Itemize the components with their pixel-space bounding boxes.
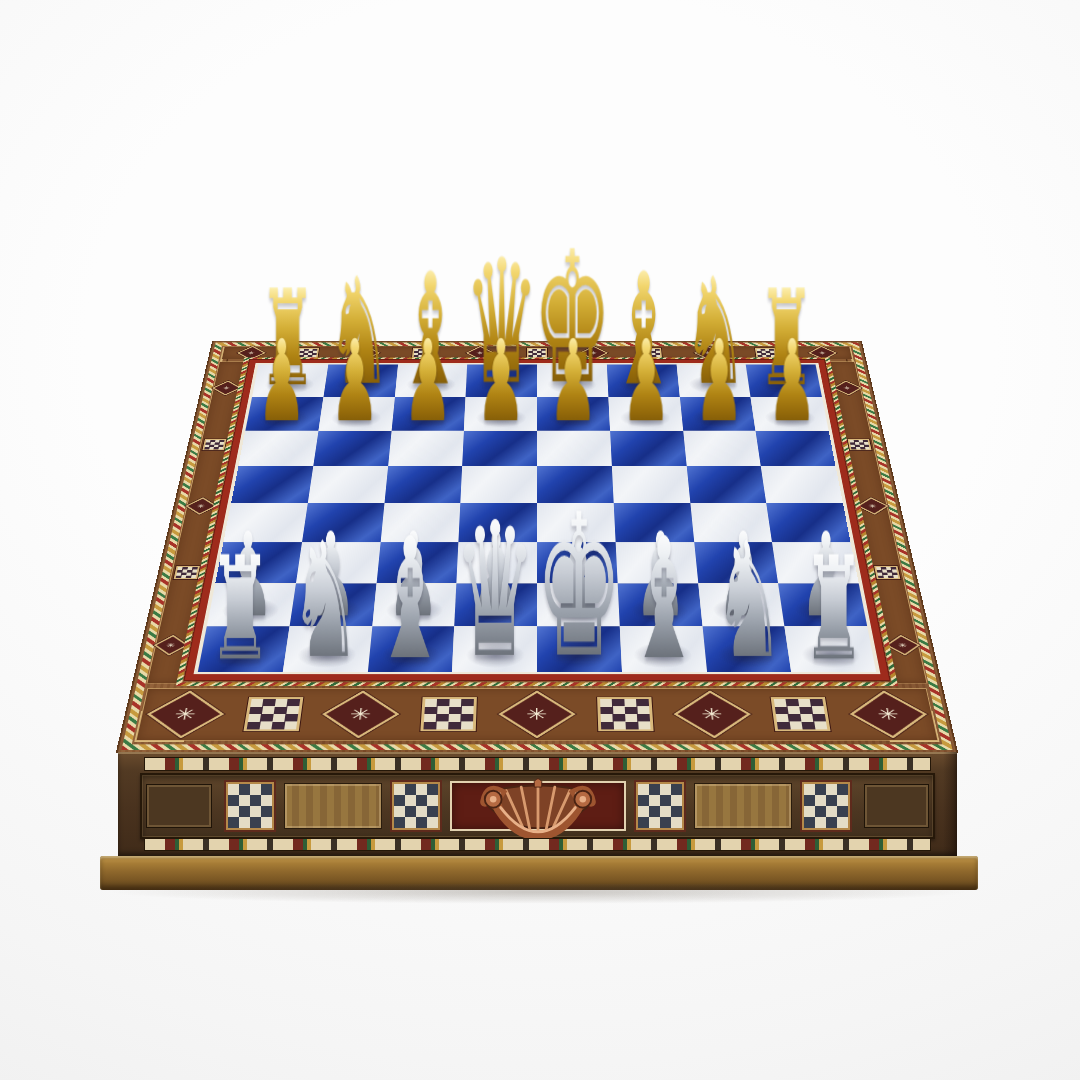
square-d7[interactable]: ♟ [464, 397, 537, 431]
square-g7[interactable]: ♟ [679, 397, 755, 431]
mosaic-border-near: ✳✳✳✳✳✳✳✳✳ [136, 688, 939, 740]
square-g6[interactable] [683, 431, 761, 466]
square-h7[interactable]: ♟ [751, 397, 829, 431]
square-d6[interactable] [462, 431, 537, 466]
square-a1[interactable]: ♜ [198, 626, 290, 672]
star-inlay-icon: ✳ [173, 706, 197, 722]
square-a6[interactable] [238, 431, 318, 466]
drawer-oak-panel [694, 783, 792, 829]
piece-white-rook[interactable]: ♜ [802, 548, 866, 670]
square-e7[interactable]: ♟ [537, 397, 610, 431]
star-inlay-icon: ✳ [868, 503, 877, 508]
star-inlay-icon: ✳ [590, 351, 597, 355]
square-h5[interactable] [761, 466, 843, 503]
storage-drawer[interactable] [140, 773, 935, 839]
piece-white-rook[interactable]: ♜ [209, 548, 273, 670]
piece-white-knight[interactable]: ♞ [713, 534, 784, 670]
square-b7[interactable]: ♟ [318, 397, 394, 431]
star-inlay-icon: ✳ [876, 706, 900, 722]
square-c5[interactable] [384, 466, 462, 503]
square-f5[interactable] [612, 466, 690, 503]
star-inlay-icon: ✳ [166, 642, 176, 648]
board-grid: ♜♞♝♛♚♝♞♜♟♟♟♟♟♟♟♟♟♟♟♟♟♟♟♟♜♞♝♛♚♝♞♜ [198, 365, 876, 672]
star-inlay-icon: ✳ [819, 351, 827, 355]
piece-black-pawn[interactable]: ♟ [257, 333, 306, 429]
star-inlay-icon: ✳ [476, 351, 483, 355]
board-surface: ✳✳✳✳✳✳✳✳✳✳✳ ✳✳✳✳✳✳✳✳✳ ✳✳✳✳✳ ✳✳✳✳✳ ♜♞♝♛♚♝… [118, 341, 956, 752]
star-inlay-icon: ✳ [898, 642, 908, 648]
star-inlay-icon: ✳ [247, 351, 255, 355]
front-inlay-strip-bottom [144, 838, 931, 851]
drawer-mosaic-tile [636, 782, 684, 830]
star-inlay-icon: ✳ [526, 706, 547, 722]
checker-star-medallion: ✳ [202, 439, 226, 450]
star-inlay-icon: ✳ [223, 386, 231, 390]
drawer-walnut-panel [864, 784, 930, 828]
star-inlay-icon: ✳ [362, 351, 370, 355]
square-f7[interactable]: ♟ [608, 397, 683, 431]
piece-white-queen[interactable]: ♛ [453, 512, 536, 670]
box-front [118, 752, 957, 856]
square-e6[interactable] [537, 431, 612, 466]
star-inlay-icon: ✳ [701, 706, 724, 722]
square-c1[interactable]: ♝ [367, 626, 454, 672]
square-a5[interactable] [231, 466, 313, 503]
square-c7[interactable]: ♟ [391, 397, 466, 431]
piece-black-pawn[interactable]: ♟ [767, 333, 816, 429]
front-inlay-strip-top [144, 757, 931, 771]
piece-white-bishop[interactable]: ♝ [627, 528, 701, 670]
square-f1[interactable]: ♝ [620, 626, 707, 672]
star-inlay-icon: ✳ [705, 351, 713, 355]
drawer-mosaic-tile [226, 782, 274, 830]
piece-white-knight[interactable]: ♞ [290, 534, 361, 670]
drawer-center-panel [450, 781, 626, 831]
piece-white-king[interactable]: ♚ [536, 503, 624, 670]
piece-black-pawn[interactable]: ♟ [330, 333, 379, 429]
piece-white-bishop[interactable]: ♝ [373, 528, 447, 670]
square-g5[interactable] [686, 466, 766, 503]
square-a7[interactable]: ♟ [245, 397, 323, 431]
drawer-mosaic-tile [392, 782, 440, 830]
star-inlay-icon: ✳ [197, 503, 206, 508]
star-inlay-icon: ✳ [843, 386, 851, 390]
chess-box-top: ✳✳✳✳✳✳✳✳✳✳✳ ✳✳✳✳✳✳✳✳✳ ✳✳✳✳✳ ✳✳✳✳✳ ♜♞♝♛♚♝… [118, 348, 956, 752]
board-red-frame: ♜♞♝♛♚♝♞♜♟♟♟♟♟♟♟♟♟♟♟♟♟♟♟♟♜♞♝♛♚♝♞♜ [185, 360, 890, 680]
drawer-mosaic-tile [802, 782, 850, 830]
square-e1[interactable]: ♚ [537, 626, 622, 672]
drawer-walnut-panel [146, 784, 212, 828]
piece-black-pawn[interactable]: ♟ [403, 333, 452, 429]
checker-star-medallion: ✳ [848, 439, 872, 450]
square-b1[interactable]: ♞ [283, 626, 372, 672]
piece-black-pawn[interactable]: ♟ [622, 333, 671, 429]
box-side-edge [943, 752, 957, 856]
star-inlay-icon: ✳ [350, 706, 373, 722]
square-h1[interactable]: ♜ [785, 626, 877, 672]
square-b5[interactable] [308, 466, 388, 503]
square-h6[interactable] [756, 431, 836, 466]
square-f6[interactable] [610, 431, 686, 466]
square-c6[interactable] [388, 431, 464, 466]
drawer-oak-panel [284, 783, 382, 829]
square-g1[interactable]: ♞ [702, 626, 791, 672]
square-b6[interactable] [313, 431, 391, 466]
studio-backdrop: ✳✳✳✳✳✳✳✳✳✳✳ ✳✳✳✳✳✳✳✳✳ ✳✳✳✳✳ ✳✳✳✳✳ ♜♞♝♛♚♝… [0, 0, 1080, 1080]
square-d1[interactable]: ♛ [452, 626, 537, 672]
cast-shadow [106, 884, 972, 904]
